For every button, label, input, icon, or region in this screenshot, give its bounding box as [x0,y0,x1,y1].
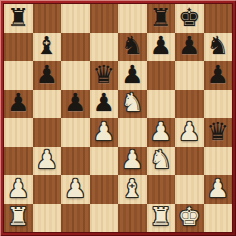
square-h8[interactable] [204,4,233,33]
square-d1[interactable] [90,204,119,233]
square-d6[interactable]: ♛ [90,61,119,90]
piece-black-rook[interactable]: ♜ [150,5,172,30]
piece-black-pawn[interactable]: ♟ [36,62,58,87]
piece-white-rook[interactable]: ♜ [150,204,172,229]
square-c3[interactable] [61,147,90,176]
square-h6[interactable]: ♟ [204,61,233,90]
square-d3[interactable] [90,147,119,176]
square-g7[interactable]: ♟ [175,33,204,62]
square-f3[interactable]: ♞ [147,147,176,176]
piece-black-rook[interactable]: ♜ [7,5,29,30]
square-f7[interactable]: ♟ [147,33,176,62]
square-e1[interactable] [118,204,147,233]
square-a8[interactable]: ♜ [4,4,33,33]
piece-black-pawn[interactable]: ♟ [121,62,143,87]
square-h2[interactable]: ♟ [204,175,233,204]
square-b6[interactable]: ♟ [33,61,62,90]
square-e5[interactable]: ♞ [118,90,147,119]
square-a6[interactable] [4,61,33,90]
square-f4[interactable]: ♟ [147,118,176,147]
square-a7[interactable] [4,33,33,62]
square-f1[interactable]: ♜ [147,204,176,233]
piece-black-pawn[interactable]: ♟ [64,90,86,115]
square-b7[interactable]: ♝ [33,33,62,62]
square-f8[interactable]: ♜ [147,4,176,33]
square-b2[interactable] [33,175,62,204]
piece-white-pawn[interactable]: ♟ [178,119,200,144]
square-g1[interactable]: ♚ [175,204,204,233]
square-h7[interactable]: ♞ [204,33,233,62]
piece-white-pawn[interactable]: ♟ [121,147,143,172]
piece-black-knight[interactable]: ♞ [207,33,229,58]
square-d8[interactable] [90,4,119,33]
piece-black-pawn[interactable]: ♟ [178,33,200,58]
square-a3[interactable] [4,147,33,176]
piece-white-pawn[interactable]: ♟ [7,176,29,201]
square-d4[interactable]: ♟ [90,118,119,147]
square-e6[interactable]: ♟ [118,61,147,90]
square-f6[interactable] [147,61,176,90]
piece-black-king[interactable]: ♚ [178,5,200,30]
square-h3[interactable] [204,147,233,176]
square-d7[interactable] [90,33,119,62]
piece-white-pawn[interactable]: ♟ [207,176,229,201]
square-a2[interactable]: ♟ [4,175,33,204]
square-h4[interactable]: ♛ [204,118,233,147]
square-a4[interactable] [4,118,33,147]
square-d2[interactable] [90,175,119,204]
square-e4[interactable] [118,118,147,147]
square-g8[interactable]: ♚ [175,4,204,33]
square-g3[interactable] [175,147,204,176]
square-b3[interactable]: ♟ [33,147,62,176]
piece-white-knight[interactable]: ♞ [150,147,172,172]
piece-white-king[interactable]: ♚ [178,204,200,229]
square-g2[interactable] [175,175,204,204]
piece-white-pawn[interactable]: ♟ [93,119,115,144]
square-g4[interactable]: ♟ [175,118,204,147]
square-d5[interactable]: ♟ [90,90,119,119]
square-g6[interactable] [175,61,204,90]
square-c7[interactable] [61,33,90,62]
square-c8[interactable] [61,4,90,33]
square-b8[interactable] [33,4,62,33]
square-f2[interactable] [147,175,176,204]
piece-white-pawn[interactable]: ♟ [150,119,172,144]
square-b4[interactable] [33,118,62,147]
piece-black-pawn[interactable]: ♟ [93,90,115,115]
square-e3[interactable]: ♟ [118,147,147,176]
square-g5[interactable] [175,90,204,119]
chess-board: ♜♜♚♝♞♟♟♞♟♛♟♟♟♟♟♞♟♟♟♛♟♟♞♟♟♝♟♜♜♚ [4,4,232,232]
piece-white-pawn[interactable]: ♟ [64,176,86,201]
square-e8[interactable] [118,4,147,33]
square-c6[interactable] [61,61,90,90]
square-c4[interactable] [61,118,90,147]
square-c5[interactable]: ♟ [61,90,90,119]
chess-board-frame: ♜♜♚♝♞♟♟♞♟♛♟♟♟♟♟♞♟♟♟♛♟♟♞♟♟♝♟♜♜♚ [0,0,236,236]
piece-white-knight[interactable]: ♞ [121,90,143,115]
square-h1[interactable] [204,204,233,233]
square-c1[interactable] [61,204,90,233]
square-c2[interactable]: ♟ [61,175,90,204]
piece-black-queen[interactable]: ♛ [93,62,115,87]
square-e7[interactable]: ♞ [118,33,147,62]
piece-black-pawn[interactable]: ♟ [207,62,229,87]
square-b1[interactable] [33,204,62,233]
piece-black-pawn[interactable]: ♟ [7,90,29,115]
piece-white-bishop[interactable]: ♝ [121,176,143,201]
square-e2[interactable]: ♝ [118,175,147,204]
piece-black-queen[interactable]: ♛ [207,119,229,144]
piece-white-pawn[interactable]: ♟ [36,147,58,172]
square-b5[interactable] [33,90,62,119]
square-a5[interactable]: ♟ [4,90,33,119]
piece-black-pawn[interactable]: ♟ [150,33,172,58]
piece-white-rook[interactable]: ♜ [7,204,29,229]
piece-black-knight[interactable]: ♞ [121,33,143,58]
square-h5[interactable] [204,90,233,119]
piece-black-bishop[interactable]: ♝ [36,33,58,58]
square-a1[interactable]: ♜ [4,204,33,233]
square-f5[interactable] [147,90,176,119]
